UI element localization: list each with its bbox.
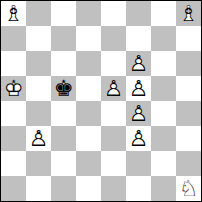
square-e8[interactable] [101, 1, 126, 26]
square-c2[interactable] [51, 151, 76, 176]
square-a7[interactable] [1, 26, 26, 51]
square-e1[interactable] [101, 176, 126, 201]
white-king-icon: ♔ [1, 76, 26, 101]
chess-board: ♝♗♝♗♟♙♚♔♚♟♙♟♙♟♙♟♙♟♙♞♘ [0, 0, 202, 202]
square-d8[interactable] [76, 1, 101, 26]
white-pawn-icon: ♙ [126, 51, 151, 76]
square-b7[interactable] [26, 26, 51, 51]
square-c6[interactable] [51, 51, 76, 76]
square-g6[interactable] [151, 51, 176, 76]
square-d6[interactable] [76, 51, 101, 76]
square-b2[interactable] [26, 151, 51, 176]
square-b1[interactable] [26, 176, 51, 201]
square-a3[interactable] [1, 126, 26, 151]
square-g2[interactable] [151, 151, 176, 176]
white-pawn-icon: ♙ [126, 101, 151, 126]
square-d7[interactable] [76, 26, 101, 51]
square-f8[interactable] [126, 1, 151, 26]
white-bishop: ♝♗ [176, 1, 201, 26]
square-h1[interactable]: ♞♘ [176, 176, 201, 201]
square-c7[interactable] [51, 26, 76, 51]
square-f2[interactable] [126, 151, 151, 176]
square-f5[interactable]: ♟♙ [126, 76, 151, 101]
square-e3[interactable] [101, 126, 126, 151]
square-a4[interactable] [1, 101, 26, 126]
square-h4[interactable] [176, 101, 201, 126]
square-b5[interactable] [26, 76, 51, 101]
square-h8[interactable]: ♝♗ [176, 1, 201, 26]
white-king: ♚♔ [1, 76, 26, 101]
square-d2[interactable] [76, 151, 101, 176]
square-f7[interactable] [126, 26, 151, 51]
white-pawn: ♟♙ [126, 126, 151, 151]
square-c8[interactable] [51, 1, 76, 26]
white-pawn: ♟♙ [26, 126, 51, 151]
white-pawn-icon: ♙ [26, 126, 51, 151]
white-knight: ♞♘ [176, 176, 201, 201]
square-d3[interactable] [76, 126, 101, 151]
square-g3[interactable] [151, 126, 176, 151]
square-d1[interactable] [76, 176, 101, 201]
square-h6[interactable] [176, 51, 201, 76]
white-pawn: ♟♙ [126, 76, 151, 101]
white-pawn-icon: ♙ [101, 76, 126, 101]
square-g1[interactable] [151, 176, 176, 201]
square-h7[interactable] [176, 26, 201, 51]
square-b4[interactable] [26, 101, 51, 126]
square-e6[interactable] [101, 51, 126, 76]
square-b8[interactable] [26, 1, 51, 26]
black-king-icon: ♚ [51, 76, 76, 101]
square-g5[interactable] [151, 76, 176, 101]
square-a2[interactable] [1, 151, 26, 176]
square-b6[interactable] [26, 51, 51, 76]
white-bishop: ♝♗ [1, 1, 26, 26]
square-c5[interactable]: ♚ [51, 76, 76, 101]
white-pawn: ♟♙ [126, 101, 151, 126]
square-c4[interactable] [51, 101, 76, 126]
white-pawn-icon: ♙ [126, 126, 151, 151]
square-f6[interactable]: ♟♙ [126, 51, 151, 76]
square-g4[interactable] [151, 101, 176, 126]
square-d4[interactable] [76, 101, 101, 126]
square-e5[interactable]: ♟♙ [101, 76, 126, 101]
square-b3[interactable]: ♟♙ [26, 126, 51, 151]
square-d5[interactable] [76, 76, 101, 101]
square-g8[interactable] [151, 1, 176, 26]
square-a8[interactable]: ♝♗ [1, 1, 26, 26]
square-e7[interactable] [101, 26, 126, 51]
white-bishop-icon: ♗ [1, 1, 26, 26]
square-a5[interactable]: ♚♔ [1, 76, 26, 101]
square-a1[interactable] [1, 176, 26, 201]
square-c3[interactable] [51, 126, 76, 151]
white-bishop-icon: ♗ [176, 1, 201, 26]
white-knight-icon: ♘ [176, 176, 201, 201]
white-pawn-icon: ♙ [126, 76, 151, 101]
black-king: ♚ [51, 76, 76, 101]
square-c1[interactable] [51, 176, 76, 201]
white-pawn: ♟♙ [126, 51, 151, 76]
square-f3[interactable]: ♟♙ [126, 126, 151, 151]
square-g7[interactable] [151, 26, 176, 51]
white-pawn: ♟♙ [101, 76, 126, 101]
square-a6[interactable] [1, 51, 26, 76]
square-h3[interactable] [176, 126, 201, 151]
square-h5[interactable] [176, 76, 201, 101]
square-h2[interactable] [176, 151, 201, 176]
square-f4[interactable]: ♟♙ [126, 101, 151, 126]
square-f1[interactable] [126, 176, 151, 201]
square-e2[interactable] [101, 151, 126, 176]
square-e4[interactable] [101, 101, 126, 126]
